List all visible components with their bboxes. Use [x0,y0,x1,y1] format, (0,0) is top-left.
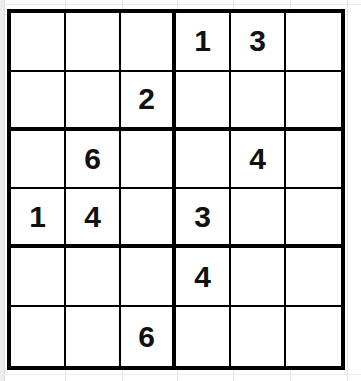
cell-r2c5[interactable] [231,72,286,131]
page: 1326414346 [0,0,361,381]
cell-r6c6[interactable] [286,307,341,366]
cell-r6c5[interactable] [231,307,286,366]
cell-r2c1[interactable] [11,72,66,131]
cell-r2c2[interactable] [66,72,121,131]
cell-r6c1[interactable] [11,307,66,366]
cell-r5c4[interactable]: 4 [176,248,231,307]
cell-r1c3[interactable] [121,13,176,72]
cell-r2c3[interactable]: 2 [121,72,176,131]
sheet-gridline-horizontal [0,374,361,375]
cell-r6c4[interactable] [176,307,231,366]
cell-r5c6[interactable] [286,248,341,307]
cell-r6c3[interactable]: 6 [121,307,176,366]
cell-r5c1[interactable] [11,248,66,307]
cell-r4c5[interactable] [231,189,286,248]
cell-r6c2[interactable] [66,307,121,366]
cell-r1c5[interactable]: 3 [231,13,286,72]
sheet-gridline-horizontal [0,4,361,5]
sudoku-board: 1326414346 [7,9,345,370]
sheet-margin-strip [0,0,5,381]
cell-r3c4[interactable] [176,131,231,190]
cell-r1c6[interactable] [286,13,341,72]
cell-r3c3[interactable] [121,131,176,190]
cell-r2c4[interactable] [176,72,231,131]
cell-r4c2[interactable]: 4 [66,189,121,248]
sheet-gridline-vertical [347,0,348,381]
cell-r4c6[interactable] [286,189,341,248]
cell-r5c3[interactable] [121,248,176,307]
cell-r4c1[interactable]: 1 [11,189,66,248]
cell-r1c4[interactable]: 1 [176,13,231,72]
cell-r4c4[interactable]: 3 [176,189,231,248]
cell-r3c6[interactable] [286,131,341,190]
cell-r3c1[interactable] [11,131,66,190]
cell-r1c1[interactable] [11,13,66,72]
cell-r3c2[interactable]: 6 [66,131,121,190]
cell-r5c2[interactable] [66,248,121,307]
cell-r4c3[interactable] [121,189,176,248]
cell-r2c6[interactable] [286,72,341,131]
cell-r1c2[interactable] [66,13,121,72]
cell-r5c5[interactable] [231,248,286,307]
cell-r3c5[interactable]: 4 [231,131,286,190]
